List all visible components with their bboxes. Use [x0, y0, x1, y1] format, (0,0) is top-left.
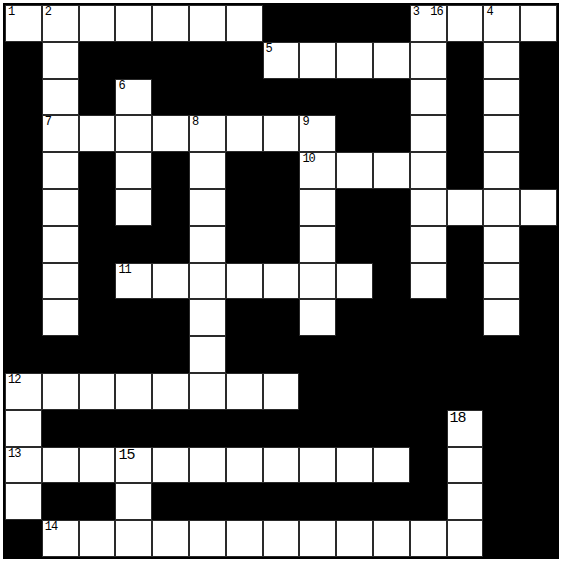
block-r7c15 — [520, 226, 557, 263]
block-r14c9 — [299, 483, 336, 520]
block-r12c12 — [410, 410, 447, 447]
block-r10c10 — [336, 336, 373, 373]
cell-r8c10[interactable] — [336, 263, 373, 300]
block-r9c12 — [410, 299, 447, 336]
cell-r5c11[interactable] — [373, 152, 410, 189]
cell-r6c4[interactable] — [115, 189, 152, 226]
block-r8c13 — [447, 263, 484, 300]
block-r5c8 — [263, 152, 300, 189]
cell-r12c1[interactable] — [5, 410, 42, 447]
cell-r4c7[interactable] — [226, 115, 263, 152]
block-r12c3 — [79, 410, 116, 447]
cell-r7c14[interactable] — [483, 226, 520, 263]
cell-r1c2[interactable]: 2 — [42, 5, 79, 42]
block-r12c7 — [226, 410, 263, 447]
block-r3c11 — [373, 79, 410, 116]
cell-r6c14[interactable] — [483, 189, 520, 226]
block-r12c15 — [520, 410, 557, 447]
block-r6c1 — [5, 189, 42, 226]
block-r11c12 — [410, 373, 447, 410]
cell-r15c12[interactable] — [410, 520, 447, 557]
block-r14c10 — [336, 483, 373, 520]
cell-r1c14[interactable]: 4 — [483, 5, 520, 42]
clue-number-4: 4 — [486, 6, 492, 18]
cell-r1c12[interactable]: 316 — [410, 5, 447, 42]
cell-r4c3[interactable] — [79, 115, 116, 152]
block-r12c10 — [336, 410, 373, 447]
cell-r5c2[interactable] — [42, 152, 79, 189]
cell-r15c5[interactable] — [152, 520, 189, 557]
cell-r8c8[interactable] — [263, 263, 300, 300]
clue-number-12: 12 — [8, 374, 20, 386]
block-r5c3 — [79, 152, 116, 189]
cell-r2c8[interactable]: 5 — [263, 42, 300, 79]
block-r14c11 — [373, 483, 410, 520]
block-r3c8 — [263, 79, 300, 116]
cell-r13c5[interactable] — [152, 447, 189, 484]
cell-r1c15[interactable] — [520, 5, 557, 42]
cell-r1c5[interactable] — [152, 5, 189, 42]
crossword-grid: 1231645678910111218131514 — [3, 3, 559, 559]
block-r7c11 — [373, 226, 410, 263]
clue-number-5: 5 — [266, 43, 272, 55]
block-r10c2 — [42, 336, 79, 373]
cell-r15c13[interactable] — [447, 520, 484, 557]
cell-r4c6[interactable]: 8 — [189, 115, 226, 152]
cell-r11c5[interactable] — [152, 373, 189, 410]
block-r12c11 — [373, 410, 410, 447]
cell-r15c7[interactable] — [226, 520, 263, 557]
cell-r13c4[interactable]: 15 — [115, 447, 152, 484]
cell-r1c3[interactable] — [79, 5, 116, 42]
cell-r4c8[interactable] — [263, 115, 300, 152]
cell-r2c11[interactable] — [373, 42, 410, 79]
block-r14c3 — [79, 483, 116, 520]
clue-number-1: 1 — [8, 6, 14, 18]
cell-r13c1[interactable]: 13 — [5, 447, 42, 484]
cell-r5c14[interactable] — [483, 152, 520, 189]
block-r4c10 — [336, 115, 373, 152]
cell-r3c4[interactable]: 6 — [115, 79, 152, 116]
cell-r15c4[interactable] — [115, 520, 152, 557]
block-r7c7 — [226, 226, 263, 263]
block-r10c5 — [152, 336, 189, 373]
block-r8c11 — [373, 263, 410, 300]
block-r10c3 — [79, 336, 116, 373]
cell-r8c4[interactable]: 11 — [115, 263, 152, 300]
block-r4c13 — [447, 115, 484, 152]
cell-r1c6[interactable] — [189, 5, 226, 42]
cell-r2c14[interactable] — [483, 42, 520, 79]
cell-r9c14[interactable] — [483, 299, 520, 336]
block-r9c10 — [336, 299, 373, 336]
block-r6c3 — [79, 189, 116, 226]
cell-r8c7[interactable] — [226, 263, 263, 300]
block-r3c10 — [336, 79, 373, 116]
cell-r7c9[interactable] — [299, 226, 336, 263]
block-r9c4 — [115, 299, 152, 336]
block-r9c7 — [226, 299, 263, 336]
block-r3c3 — [79, 79, 116, 116]
cell-r15c6[interactable] — [189, 520, 226, 557]
block-r11c9 — [299, 373, 336, 410]
cell-r4c14[interactable] — [483, 115, 520, 152]
block-r15c14 — [483, 520, 520, 557]
block-r15c1 — [5, 520, 42, 557]
block-r12c2 — [42, 410, 79, 447]
block-r5c1 — [5, 152, 42, 189]
block-r10c9 — [299, 336, 336, 373]
cell-r8c5[interactable] — [152, 263, 189, 300]
clue-number-6: 6 — [118, 80, 124, 92]
block-r12c4 — [115, 410, 152, 447]
block-r5c7 — [226, 152, 263, 189]
block-r9c3 — [79, 299, 116, 336]
cell-r10c6[interactable] — [189, 336, 226, 373]
clue-number-16: 16 — [430, 6, 442, 18]
cell-r5c10[interactable] — [336, 152, 373, 189]
clue-number-7: 7 — [45, 116, 51, 128]
block-r9c8 — [263, 299, 300, 336]
block-r2c3 — [79, 42, 116, 79]
cell-r12c13[interactable]: 18 — [447, 410, 484, 447]
block-r14c14 — [483, 483, 520, 520]
block-r14c2 — [42, 483, 79, 520]
cell-r4c2[interactable]: 7 — [42, 115, 79, 152]
block-r12c8 — [263, 410, 300, 447]
cell-r15c9[interactable] — [299, 520, 336, 557]
cell-r14c1[interactable] — [5, 483, 42, 520]
block-r9c5 — [152, 299, 189, 336]
block-r3c9 — [299, 79, 336, 116]
block-r12c5 — [152, 410, 189, 447]
block-r14c6 — [189, 483, 226, 520]
cell-r15c10[interactable] — [336, 520, 373, 557]
cell-r11c7[interactable] — [226, 373, 263, 410]
cell-r8c14[interactable] — [483, 263, 520, 300]
block-r4c15 — [520, 115, 557, 152]
cell-r3c2[interactable] — [42, 79, 79, 116]
cell-r14c4[interactable] — [115, 483, 152, 520]
block-r3c7 — [226, 79, 263, 116]
block-r4c1 — [5, 115, 42, 152]
block-r11c10 — [336, 373, 373, 410]
block-r1c10 — [336, 5, 373, 42]
cell-r13c6[interactable] — [189, 447, 226, 484]
block-r10c15 — [520, 336, 557, 373]
cell-r6c13[interactable] — [447, 189, 484, 226]
cell-r6c9[interactable] — [299, 189, 336, 226]
cell-r7c12[interactable] — [410, 226, 447, 263]
cell-r15c8[interactable] — [263, 520, 300, 557]
block-r3c15 — [520, 79, 557, 116]
cell-r8c9[interactable] — [299, 263, 336, 300]
block-r10c4 — [115, 336, 152, 373]
cell-r8c12[interactable] — [410, 263, 447, 300]
block-r1c8 — [263, 5, 300, 42]
clue-number-2: 2 — [45, 6, 51, 18]
block-r2c6 — [189, 42, 226, 79]
cell-r4c4[interactable] — [115, 115, 152, 152]
cell-r6c15[interactable] — [520, 189, 557, 226]
block-r14c8 — [263, 483, 300, 520]
block-r12c14 — [483, 410, 520, 447]
block-r13c14 — [483, 447, 520, 484]
block-r14c15 — [520, 483, 557, 520]
cell-r11c6[interactable] — [189, 373, 226, 410]
block-r3c6 — [189, 79, 226, 116]
block-r6c7 — [226, 189, 263, 226]
block-r7c3 — [79, 226, 116, 263]
cell-r13c10[interactable] — [336, 447, 373, 484]
block-r6c11 — [373, 189, 410, 226]
cell-r1c4[interactable] — [115, 5, 152, 42]
clue-number-14: 14 — [45, 521, 57, 533]
block-r8c15 — [520, 263, 557, 300]
cell-r2c2[interactable] — [42, 42, 79, 79]
cell-r11c2[interactable] — [42, 373, 79, 410]
cell-r1c7[interactable] — [226, 5, 263, 42]
block-r10c12 — [410, 336, 447, 373]
cell-r13c13[interactable] — [447, 447, 484, 484]
cell-r13c9[interactable] — [299, 447, 336, 484]
cell-r3c14[interactable] — [483, 79, 520, 116]
block-r14c7 — [226, 483, 263, 520]
block-r6c8 — [263, 189, 300, 226]
block-r5c13 — [447, 152, 484, 189]
block-r9c15 — [520, 299, 557, 336]
block-r4c11 — [373, 115, 410, 152]
cell-r11c4[interactable] — [115, 373, 152, 410]
cell-r2c9[interactable] — [299, 42, 336, 79]
cell-r5c12[interactable] — [410, 152, 447, 189]
crossword-puzzle-page: 1231645678910111218131514 — [0, 0, 562, 562]
cell-r6c12[interactable] — [410, 189, 447, 226]
block-r7c10 — [336, 226, 373, 263]
block-r3c1 — [5, 79, 42, 116]
cell-r5c4[interactable] — [115, 152, 152, 189]
clue-number-11: 11 — [118, 264, 130, 276]
cell-r13c7[interactable] — [226, 447, 263, 484]
cell-r13c11[interactable] — [373, 447, 410, 484]
block-r8c3 — [79, 263, 116, 300]
block-r9c1 — [5, 299, 42, 336]
block-r12c6 — [189, 410, 226, 447]
cell-r15c11[interactable] — [373, 520, 410, 557]
block-r11c15 — [520, 373, 557, 410]
cell-r3c12[interactable] — [410, 79, 447, 116]
cell-r13c8[interactable] — [263, 447, 300, 484]
block-r7c1 — [5, 226, 42, 263]
cell-r15c2[interactable]: 14 — [42, 520, 79, 557]
cell-r9c9[interactable] — [299, 299, 336, 336]
block-r10c11 — [373, 336, 410, 373]
block-r15c15 — [520, 520, 557, 557]
cell-r15c3[interactable] — [79, 520, 116, 557]
block-r10c14 — [483, 336, 520, 373]
clue-number-9: 9 — [302, 116, 308, 128]
cell-r13c3[interactable] — [79, 447, 116, 484]
cell-r1c13[interactable] — [447, 5, 484, 42]
block-r14c5 — [152, 483, 189, 520]
block-r9c13 — [447, 299, 484, 336]
cell-r11c8[interactable] — [263, 373, 300, 410]
block-r11c13 — [447, 373, 484, 410]
block-r11c11 — [373, 373, 410, 410]
clue-number-13: 13 — [8, 448, 20, 460]
block-r2c1 — [5, 42, 42, 79]
cell-r4c9[interactable]: 9 — [299, 115, 336, 152]
block-r7c13 — [447, 226, 484, 263]
block-r8c1 — [5, 263, 42, 300]
clue-number-8: 8 — [192, 116, 198, 128]
block-r2c13 — [447, 42, 484, 79]
cell-r7c2[interactable] — [42, 226, 79, 263]
cell-r9c6[interactable] — [189, 299, 226, 336]
block-r6c5 — [152, 189, 189, 226]
block-r11c14 — [483, 373, 520, 410]
block-r5c15 — [520, 152, 557, 189]
block-r12c9 — [299, 410, 336, 447]
block-r14c12 — [410, 483, 447, 520]
block-r10c13 — [447, 336, 484, 373]
cell-r6c6[interactable] — [189, 189, 226, 226]
block-r2c4 — [115, 42, 152, 79]
cell-r8c6[interactable] — [189, 263, 226, 300]
cell-r7c6[interactable] — [189, 226, 226, 263]
block-r10c1 — [5, 336, 42, 373]
block-r1c9 — [299, 5, 336, 42]
cell-r14c13[interactable] — [447, 483, 484, 520]
cell-r11c1[interactable]: 12 — [5, 373, 42, 410]
clue-number-3: 3 — [413, 6, 419, 18]
cell-r13c2[interactable] — [42, 447, 79, 484]
block-r2c15 — [520, 42, 557, 79]
cell-r5c6[interactable] — [189, 152, 226, 189]
cell-r11c3[interactable] — [79, 373, 116, 410]
block-r10c7 — [226, 336, 263, 373]
block-r13c12 — [410, 447, 447, 484]
cell-r4c5[interactable] — [152, 115, 189, 152]
block-r3c13 — [447, 79, 484, 116]
block-r2c5 — [152, 42, 189, 79]
block-r2c7 — [226, 42, 263, 79]
block-r3c5 — [152, 79, 189, 116]
block-r7c5 — [152, 226, 189, 263]
clue-number-10: 10 — [302, 153, 314, 165]
block-r10c8 — [263, 336, 300, 373]
cell-r2c10[interactable] — [336, 42, 373, 79]
block-r7c4 — [115, 226, 152, 263]
cell-r2c12[interactable] — [410, 42, 447, 79]
block-r1c11 — [373, 5, 410, 42]
block-r7c8 — [263, 226, 300, 263]
cell-r4c12[interactable] — [410, 115, 447, 152]
cell-r5c9[interactable]: 10 — [299, 152, 336, 189]
cell-r8c2[interactable] — [42, 263, 79, 300]
block-r6c10 — [336, 189, 373, 226]
cell-r6c2[interactable] — [42, 189, 79, 226]
block-r5c5 — [152, 152, 189, 189]
block-r13c15 — [520, 447, 557, 484]
cell-r9c2[interactable] — [42, 299, 79, 336]
clue-number-15: 15 — [118, 448, 134, 463]
block-r9c11 — [373, 299, 410, 336]
cell-r1c1[interactable]: 1 — [5, 5, 42, 42]
clue-number-18: 18 — [450, 411, 466, 426]
